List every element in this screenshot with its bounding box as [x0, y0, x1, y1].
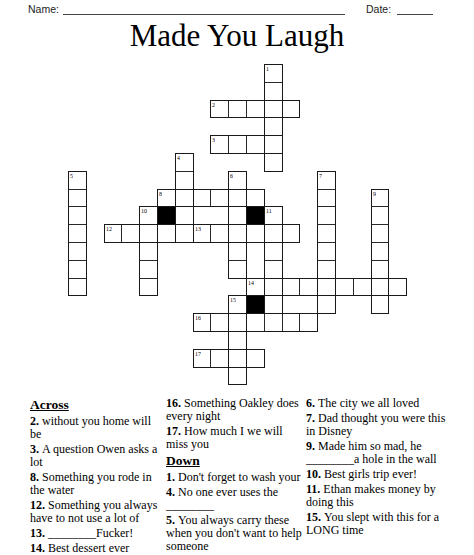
grid-cell[interactable]	[210, 100, 229, 119]
crossword-worksheet: { "game": "crossword", "title": "Made Yo…	[0, 0, 474, 555]
grid-cell[interactable]	[228, 171, 247, 190]
grid-cell[interactable]	[68, 224, 87, 243]
grid-cell[interactable]	[104, 224, 123, 243]
grid-cell[interactable]	[157, 189, 176, 208]
grid-cell[interactable]	[282, 100, 301, 119]
grid-cell[interactable]	[68, 278, 87, 297]
grid-cell[interactable]	[264, 82, 283, 101]
grid-cell[interactable]	[317, 260, 336, 279]
clue-number: 9.	[306, 439, 318, 453]
grid-cell[interactable]	[299, 278, 318, 297]
grid-cell[interactable]	[193, 224, 212, 243]
grid-cell[interactable]	[175, 224, 194, 243]
grid-cell[interactable]	[371, 295, 390, 314]
grid-cell[interactable]	[264, 313, 283, 332]
grid-cell[interactable]	[139, 224, 158, 243]
clue-number: 2.	[30, 414, 42, 428]
clue-number: 11.	[306, 482, 323, 496]
clue-1: 1. Don't forget to wash your	[166, 471, 303, 484]
grid-cell[interactable]	[371, 206, 390, 225]
grid-cell[interactable]	[68, 171, 87, 190]
grid-cell[interactable]	[228, 313, 247, 332]
name-blank-line	[63, 14, 345, 15]
grid-cell[interactable]	[317, 295, 336, 314]
grid-cell[interactable]	[371, 189, 390, 208]
grid-cell[interactable]	[317, 206, 336, 225]
clue-9: 9. Made him so mad, he ________a hole in…	[306, 440, 452, 466]
grid-cell[interactable]	[353, 278, 372, 297]
grid-cell[interactable]	[264, 242, 283, 261]
grid-cell[interactable]	[246, 313, 265, 332]
clue-section-header-across: Across	[30, 397, 162, 412]
grid-cell[interactable]	[121, 224, 140, 243]
clue-10: 10. Best girls trip ever!	[306, 468, 452, 481]
grid-cell[interactable]	[210, 224, 229, 243]
grid-cell[interactable]	[264, 206, 283, 225]
puzzle-title: Made You Laugh	[0, 18, 474, 54]
clue-section-header-down: Down	[166, 453, 303, 468]
grid-cell[interactable]	[317, 278, 336, 297]
grid-cell[interactable]	[264, 295, 283, 314]
grid-cell[interactable]	[282, 224, 301, 243]
grid-cell[interactable]	[228, 295, 247, 314]
grid-cell[interactable]	[228, 206, 247, 225]
grid-cell[interactable]	[193, 189, 212, 208]
grid-cell[interactable]	[264, 135, 283, 154]
grid-cell[interactable]	[264, 64, 283, 83]
clue-number: 8.	[30, 470, 42, 484]
grid-cell[interactable]	[68, 242, 87, 261]
grid-cell[interactable]	[335, 278, 354, 297]
grid-cell[interactable]	[317, 224, 336, 243]
grid-cell[interactable]	[157, 224, 176, 243]
grid-cell[interactable]	[371, 278, 390, 297]
grid-cell[interactable]	[317, 171, 336, 190]
grid-cell[interactable]	[228, 260, 247, 279]
clue-number: 13.	[30, 526, 48, 540]
grid-cell[interactable]	[210, 189, 229, 208]
clue-number: 3.	[30, 442, 42, 456]
grid-cell[interactable]	[228, 242, 247, 261]
grid-cell[interactable]	[228, 367, 247, 386]
clue-15: 15. You slept with this for a LONG time	[306, 511, 452, 537]
grid-cell[interactable]	[246, 135, 265, 154]
clue-number: 14.	[30, 541, 48, 555]
grid-cell[interactable]	[139, 278, 158, 297]
clue-2: 2. without you home will be	[30, 415, 162, 441]
black-cell	[246, 295, 265, 314]
clue-12: 12. Something you always have to not use…	[30, 499, 162, 525]
grid-cell[interactable]	[139, 242, 158, 261]
grid-cell[interactable]	[228, 100, 247, 119]
clue-3: 3. A question Owen asks a lot	[30, 443, 162, 469]
grid-cell[interactable]	[371, 224, 390, 243]
grid-cell[interactable]	[228, 189, 247, 208]
clue-4: 4. No one ever uses the ________	[166, 486, 303, 512]
grid-cell[interactable]	[210, 313, 229, 332]
clue-column-middle: 16. Something Oakley does every night17.…	[166, 397, 303, 555]
grid-cell[interactable]	[264, 260, 283, 279]
grid-cell[interactable]	[68, 260, 87, 279]
clue-5: 5. You always carry these when you don't…	[166, 514, 303, 553]
grid-cell[interactable]	[282, 278, 301, 297]
grid-cell[interactable]	[264, 100, 283, 119]
clue-8: 8. Something you rode in the water	[30, 471, 162, 497]
clue-number: 1.	[166, 470, 178, 484]
date-blank-line	[397, 14, 433, 15]
clue-column-right: 6. The city we all loved7. Dad thought y…	[306, 397, 452, 539]
grid-cell[interactable]	[264, 224, 283, 243]
grid-cell[interactable]	[246, 100, 265, 119]
date-label: Date:	[366, 3, 391, 15]
grid-cell[interactable]	[264, 117, 283, 136]
clue-13: 13. ________Fucker!	[30, 527, 162, 540]
grid-cell[interactable]	[228, 331, 247, 350]
grid-cell[interactable]	[246, 278, 265, 297]
grid-cell[interactable]	[175, 171, 194, 190]
name-label: Name:	[28, 3, 59, 15]
grid-cell[interactable]	[193, 313, 212, 332]
grid-cell[interactable]	[371, 260, 390, 279]
grid-cell[interactable]	[246, 189, 265, 208]
clue-column-left: Across2. without you home will be3. A qu…	[30, 397, 162, 555]
clue-number: 16.	[166, 396, 184, 410]
grid-cell[interactable]	[210, 349, 229, 368]
clue-17: 17. How much I we will miss you	[166, 425, 303, 451]
grid-cell[interactable]	[282, 313, 301, 332]
grid-cell[interactable]	[228, 135, 247, 154]
clue-14: 14. Best dessert ever	[30, 542, 162, 555]
grid-cell[interactable]	[175, 206, 194, 225]
clue-number: 6.	[306, 396, 318, 410]
grid-cell[interactable]	[388, 278, 407, 297]
grid-cell[interactable]	[175, 189, 194, 208]
grid-cell[interactable]	[175, 153, 194, 172]
clue-number: 4.	[166, 485, 178, 499]
grid-cell[interactable]	[193, 349, 212, 368]
clue-number: 15.	[306, 510, 324, 524]
grid-cell[interactable]	[228, 349, 247, 368]
grid-cell[interactable]	[228, 224, 247, 243]
grid-cell[interactable]	[68, 206, 87, 225]
black-cell	[157, 206, 176, 225]
clue-6: 6. The city we all loved	[306, 397, 452, 410]
grid-cell[interactable]	[246, 224, 265, 243]
grid-cell[interactable]	[246, 349, 265, 368]
clue-number: 17.	[166, 424, 184, 438]
grid-cell[interactable]	[317, 189, 336, 208]
clue-7: 7. Dad thought you were this in Disney	[306, 412, 452, 438]
clue-16: 16. Something Oakley does every night	[166, 397, 303, 423]
clue-number: 7.	[306, 411, 318, 425]
grid-cell[interactable]	[299, 313, 318, 332]
clue-number: 12.	[30, 498, 48, 512]
grid-cell[interactable]	[139, 260, 158, 279]
clue-number: 5.	[166, 513, 178, 527]
grid-cell[interactable]	[210, 135, 229, 154]
grid-cell[interactable]	[68, 189, 87, 208]
grid-cell[interactable]	[264, 153, 283, 172]
clue-11: 11. Ethan makes money by doing this	[306, 483, 452, 509]
grid-cell[interactable]	[317, 242, 336, 261]
grid-cell[interactable]	[264, 278, 283, 297]
grid-cell[interactable]	[371, 242, 390, 261]
clue-number: 10.	[306, 467, 324, 481]
grid-cell[interactable]	[139, 206, 158, 225]
black-cell	[246, 206, 265, 225]
